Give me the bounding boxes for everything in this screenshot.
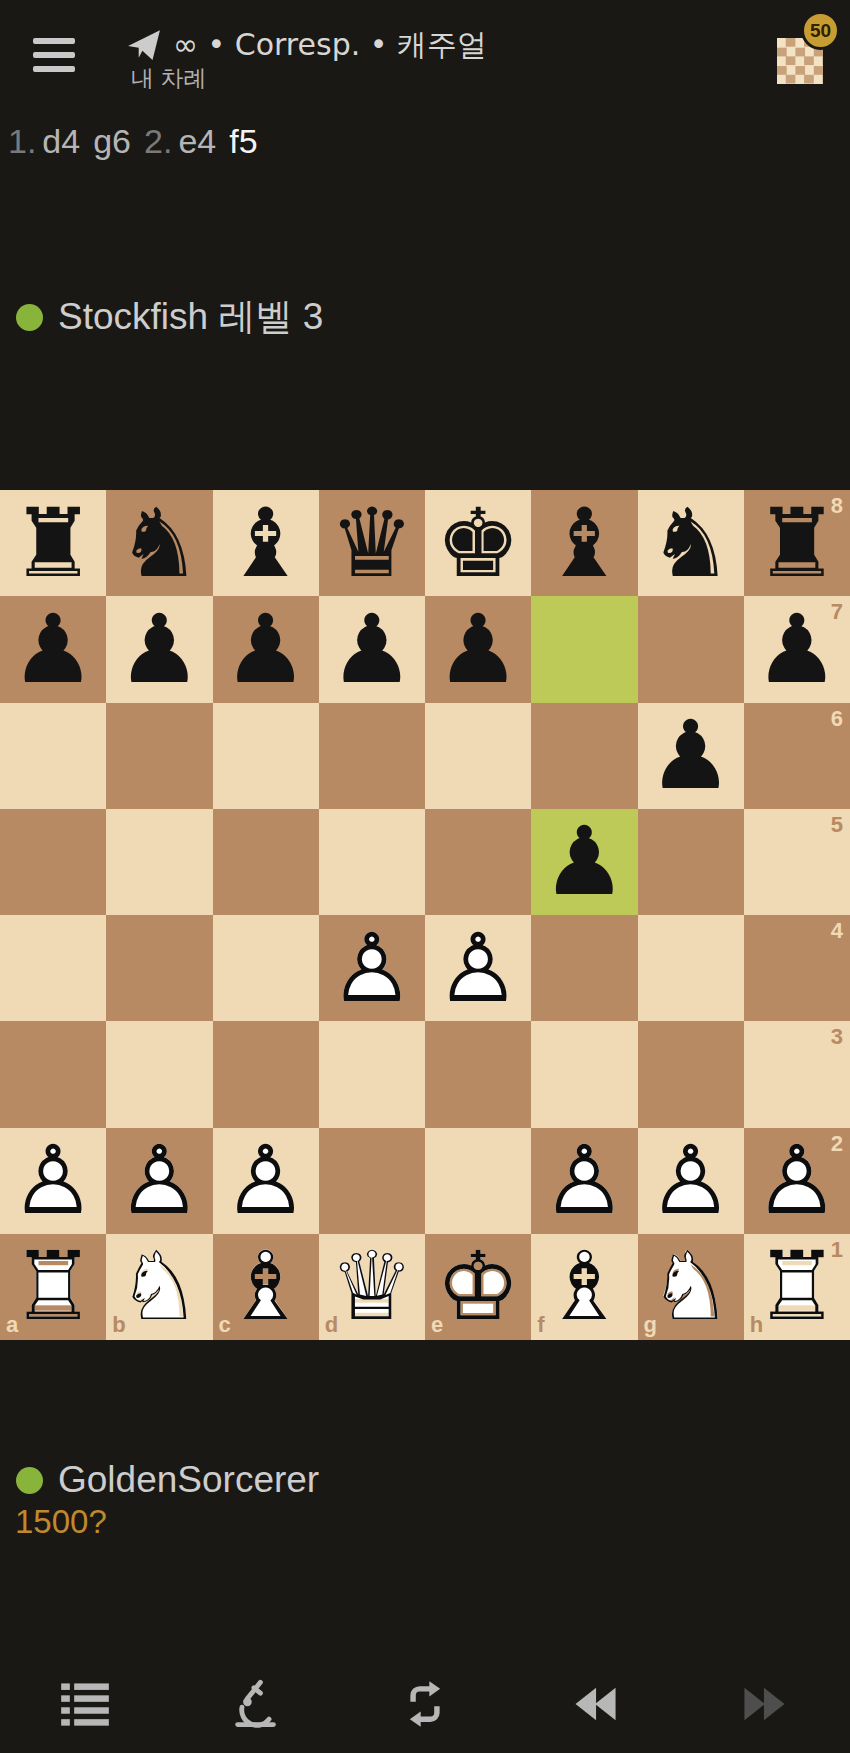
square-h8[interactable]: ♜8 — [744, 490, 850, 596]
square-b4[interactable] — [106, 915, 212, 1021]
correspondence-games-button[interactable]: 50 — [777, 38, 823, 84]
square-d3[interactable] — [319, 1021, 425, 1127]
square-g2[interactable]: ♟♙ — [638, 1128, 744, 1234]
rank-label-4: 4 — [831, 920, 843, 942]
square-c3[interactable] — [213, 1021, 319, 1127]
square-h6[interactable]: 6 — [744, 703, 850, 809]
player-bottom-name: GoldenSorcerer — [58, 1459, 319, 1501]
rank-label-7: 7 — [831, 601, 843, 623]
fast-forward-icon — [739, 1678, 791, 1730]
piece-white-pawn[interactable]: ♟♙ — [425, 915, 531, 1021]
analysis-microscope-button[interactable] — [170, 1658, 340, 1750]
square-f3[interactable] — [531, 1021, 637, 1127]
piece-black-pawn[interactable]: ♟ — [531, 809, 637, 915]
piece-white-pawn[interactable]: ♟♙ — [213, 1128, 319, 1234]
piece-white-pawn[interactable]: ♟♙ — [319, 915, 425, 1021]
hamburger-icon — [33, 38, 75, 44]
move-number: 2. — [144, 122, 172, 161]
square-h5[interactable]: 5 — [744, 809, 850, 915]
rank-label-2: 2 — [831, 1133, 843, 1155]
games-count-badge: 50 — [801, 11, 840, 50]
piece-black-bishop[interactable]: ♝ — [213, 490, 319, 596]
piece-white-pawn[interactable]: ♟♙ — [106, 1128, 212, 1234]
game-mode-title: ∞ • Corresp. • 캐주얼 — [173, 25, 487, 66]
player-bottom[interactable]: GoldenSorcerer — [16, 1459, 319, 1501]
square-a5[interactable] — [0, 809, 106, 915]
file-label-c: c — [219, 1314, 231, 1336]
square-h3[interactable]: 3 — [744, 1021, 850, 1127]
file-label-a: a — [6, 1314, 18, 1336]
square-c1[interactable]: ♝♗c — [213, 1234, 319, 1340]
square-g3[interactable] — [638, 1021, 744, 1127]
square-e3[interactable] — [425, 1021, 531, 1127]
piece-white-pawn[interactable]: ♟♙ — [638, 1128, 744, 1234]
square-e6[interactable] — [425, 703, 531, 809]
header: ∞ • Corresp. • 캐주얼 — [127, 24, 487, 66]
file-label-b: b — [112, 1314, 125, 1336]
menu-button[interactable] — [33, 38, 75, 72]
move-d4[interactable]: d4 — [42, 122, 80, 161]
square-d1[interactable]: ♛♕d — [319, 1234, 425, 1340]
square-d4[interactable]: ♟♙ — [319, 915, 425, 1021]
turn-status: 내 차례 — [131, 63, 206, 94]
square-g5[interactable] — [638, 809, 744, 915]
square-h7[interactable]: ♟7 — [744, 596, 850, 702]
chess-board[interactable]: ♜♞♝♛♚♝♞♜8♟♟♟♟♟♟7♟6♟5♟♙♟♙43♟♙♟♙♟♙♟♙♟♙♟♙2♜… — [0, 490, 850, 1340]
square-d7[interactable]: ♟ — [319, 596, 425, 702]
square-g6[interactable]: ♟ — [638, 703, 744, 809]
hamburger-icon — [33, 66, 75, 72]
flip-cycle-icon — [399, 1678, 451, 1730]
square-b2[interactable]: ♟♙ — [106, 1128, 212, 1234]
square-f4[interactable] — [531, 915, 637, 1021]
moves-list-icon — [59, 1678, 111, 1730]
paper-plane-icon — [127, 28, 161, 62]
piece-black-pawn[interactable]: ♟ — [319, 596, 425, 702]
square-e7[interactable]: ♟ — [425, 596, 531, 702]
square-b8[interactable]: ♞ — [106, 490, 212, 596]
piece-black-knight[interactable]: ♞ — [106, 490, 212, 596]
square-b3[interactable] — [106, 1021, 212, 1127]
piece-black-pawn[interactable]: ♟ — [0, 596, 106, 702]
file-label-e: e — [431, 1314, 443, 1336]
piece-white-bishop[interactable]: ♝♗ — [531, 1234, 637, 1340]
move-f5[interactable]: f5 — [229, 122, 257, 161]
square-d8[interactable]: ♛ — [319, 490, 425, 596]
square-e8[interactable]: ♚ — [425, 490, 531, 596]
square-d2[interactable] — [319, 1128, 425, 1234]
square-e5[interactable] — [425, 809, 531, 915]
online-status-icon — [16, 1467, 43, 1494]
square-c8[interactable]: ♝ — [213, 490, 319, 596]
file-label-g: g — [644, 1314, 657, 1336]
piece-black-knight[interactable]: ♞ — [638, 490, 744, 596]
square-h1[interactable]: ♜♖1h — [744, 1234, 850, 1340]
hamburger-icon — [33, 52, 75, 58]
rank-label-8: 8 — [831, 495, 843, 517]
square-c6[interactable] — [213, 703, 319, 809]
square-b1[interactable]: ♞♘b — [106, 1234, 212, 1340]
square-f6[interactable] — [531, 703, 637, 809]
rank-label-5: 5 — [831, 814, 843, 836]
player-top-name: Stockfish 레벨 3 — [58, 292, 323, 342]
bottom-toolbar — [0, 1658, 850, 1750]
square-f1[interactable]: ♝♗f — [531, 1234, 637, 1340]
square-d5[interactable] — [319, 809, 425, 915]
move-list: 1.d4g62.e4f5 — [8, 118, 271, 164]
file-label-d: d — [325, 1314, 338, 1336]
piece-white-pawn[interactable]: ♟♙ — [0, 1128, 106, 1234]
piece-black-bishop[interactable]: ♝ — [531, 490, 637, 596]
square-a4[interactable] — [0, 915, 106, 1021]
rank-label-1: 1 — [831, 1239, 843, 1261]
square-f8[interactable]: ♝ — [531, 490, 637, 596]
square-h4[interactable]: 4 — [744, 915, 850, 1021]
move-g6[interactable]: g6 — [93, 122, 131, 161]
square-b7[interactable]: ♟ — [106, 596, 212, 702]
square-b6[interactable] — [106, 703, 212, 809]
piece-black-king[interactable]: ♚ — [425, 490, 531, 596]
rank-label-3: 3 — [831, 1026, 843, 1048]
flip-cycle-button[interactable] — [340, 1658, 510, 1750]
square-c2[interactable]: ♟♙ — [213, 1128, 319, 1234]
square-g7[interactable] — [638, 596, 744, 702]
square-c4[interactable] — [213, 915, 319, 1021]
square-f2[interactable]: ♟♙ — [531, 1128, 637, 1234]
square-d6[interactable] — [319, 703, 425, 809]
square-g8[interactable]: ♞ — [638, 490, 744, 596]
piece-black-pawn[interactable]: ♟ — [106, 596, 212, 702]
square-c7[interactable]: ♟ — [213, 596, 319, 702]
piece-black-pawn[interactable]: ♟ — [213, 596, 319, 702]
square-g1[interactable]: ♞♘g — [638, 1234, 744, 1340]
square-a3[interactable] — [0, 1021, 106, 1127]
square-a2[interactable]: ♟♙ — [0, 1128, 106, 1234]
player-top[interactable]: Stockfish 레벨 3 — [16, 292, 323, 342]
square-a6[interactable] — [0, 703, 106, 809]
piece-black-queen[interactable]: ♛ — [319, 490, 425, 596]
square-g4[interactable] — [638, 915, 744, 1021]
piece-black-rook[interactable]: ♜ — [0, 490, 106, 596]
square-e2[interactable] — [425, 1128, 531, 1234]
piece-black-pawn[interactable]: ♟ — [638, 703, 744, 809]
square-e1[interactable]: ♚♔e — [425, 1234, 531, 1340]
fast-forward-button[interactable] — [680, 1658, 850, 1750]
square-e4[interactable]: ♟♙ — [425, 915, 531, 1021]
square-f5[interactable]: ♟ — [531, 809, 637, 915]
move-e4[interactable]: e4 — [178, 122, 216, 161]
piece-white-pawn[interactable]: ♟♙ — [531, 1128, 637, 1234]
rank-label-6: 6 — [831, 708, 843, 730]
player-bottom-rating: 1500? — [15, 1503, 107, 1541]
file-label-f: f — [537, 1314, 544, 1336]
square-h2[interactable]: ♟♙2 — [744, 1128, 850, 1234]
rewind-icon — [569, 1678, 621, 1730]
square-a7[interactable]: ♟ — [0, 596, 106, 702]
piece-black-pawn[interactable]: ♟ — [425, 596, 531, 702]
online-status-icon — [16, 304, 43, 331]
file-label-h: h — [750, 1314, 763, 1336]
square-b5[interactable] — [106, 809, 212, 915]
square-c5[interactable] — [213, 809, 319, 915]
move-number: 1. — [8, 122, 36, 161]
square-a8[interactable]: ♜ — [0, 490, 106, 596]
moves-list-button[interactable] — [0, 1658, 170, 1750]
square-a1[interactable]: ♜♖a — [0, 1234, 106, 1340]
analysis-microscope-icon — [229, 1678, 281, 1730]
square-f7[interactable] — [531, 596, 637, 702]
rewind-button[interactable] — [510, 1658, 680, 1750]
